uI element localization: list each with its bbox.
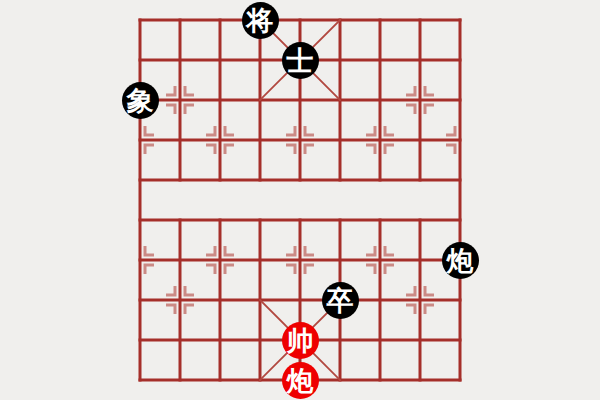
intersection-6-7[interactable] (360, 280, 400, 320)
intersection-6-6[interactable] (360, 240, 400, 280)
intersection-5-8[interactable] (320, 320, 360, 360)
intersection-5-5[interactable] (320, 200, 360, 240)
intersection-6-3[interactable] (360, 120, 400, 160)
intersection-2-0[interactable] (200, 0, 240, 40)
intersection-8-6[interactable]: 炮 (440, 240, 480, 280)
intersection-2-9[interactable] (200, 360, 240, 400)
intersection-8-1[interactable] (440, 40, 480, 80)
intersection-2-3[interactable] (200, 120, 240, 160)
piece-black-general[interactable]: 将 (242, 2, 279, 39)
intersection-1-8[interactable] (160, 320, 200, 360)
intersection-0-9[interactable] (120, 360, 160, 400)
intersection-8-9[interactable] (440, 360, 480, 400)
xiangqi-board: 将士象炮卒帅炮 (120, 0, 480, 400)
intersection-1-3[interactable] (160, 120, 200, 160)
piece-black-soldier[interactable]: 卒 (322, 282, 359, 319)
intersection-1-4[interactable] (160, 160, 200, 200)
intersection-7-0[interactable] (400, 0, 440, 40)
intersection-5-9[interactable] (320, 360, 360, 400)
intersection-6-2[interactable] (360, 80, 400, 120)
intersection-0-6[interactable] (120, 240, 160, 280)
intersection-1-1[interactable] (160, 40, 200, 80)
intersection-2-6[interactable] (200, 240, 240, 280)
intersection-6-5[interactable] (360, 200, 400, 240)
intersection-4-0[interactable] (280, 0, 320, 40)
intersection-8-8[interactable] (440, 320, 480, 360)
intersection-0-4[interactable] (120, 160, 160, 200)
piece-black-cannon[interactable]: 炮 (442, 242, 479, 279)
intersection-5-3[interactable] (320, 120, 360, 160)
intersection-2-7[interactable] (200, 280, 240, 320)
intersection-6-8[interactable] (360, 320, 400, 360)
intersection-5-0[interactable] (320, 0, 360, 40)
intersection-7-5[interactable] (400, 200, 440, 240)
intersection-5-7[interactable]: 卒 (320, 280, 360, 320)
piece-red-general[interactable]: 帅 (282, 322, 319, 359)
intersection-4-5[interactable] (280, 200, 320, 240)
intersection-6-4[interactable] (360, 160, 400, 200)
intersection-7-2[interactable] (400, 80, 440, 120)
intersection-7-9[interactable] (400, 360, 440, 400)
intersection-5-1[interactable] (320, 40, 360, 80)
intersection-6-1[interactable] (360, 40, 400, 80)
intersection-5-6[interactable] (320, 240, 360, 280)
intersection-4-9[interactable]: 炮 (280, 360, 320, 400)
intersection-0-2[interactable]: 象 (120, 80, 160, 120)
piece-black-advisor[interactable]: 士 (282, 42, 319, 79)
xiangqi-screenshot: 将士象炮卒帅炮 (0, 0, 600, 400)
intersection-1-5[interactable] (160, 200, 200, 240)
intersection-4-6[interactable] (280, 240, 320, 280)
intersection-3-9[interactable] (240, 360, 280, 400)
intersection-2-4[interactable] (200, 160, 240, 200)
piece-red-cannon[interactable]: 炮 (282, 362, 319, 399)
intersection-0-8[interactable] (120, 320, 160, 360)
intersection-4-3[interactable] (280, 120, 320, 160)
intersection-2-1[interactable] (200, 40, 240, 80)
intersection-0-0[interactable] (120, 0, 160, 40)
intersection-8-5[interactable] (440, 200, 480, 240)
intersection-4-2[interactable] (280, 80, 320, 120)
intersection-4-8[interactable]: 帅 (280, 320, 320, 360)
intersection-4-4[interactable] (280, 160, 320, 200)
intersection-8-0[interactable] (440, 0, 480, 40)
intersection-4-1[interactable]: 士 (280, 40, 320, 80)
intersection-1-9[interactable] (160, 360, 200, 400)
intersection-5-2[interactable] (320, 80, 360, 120)
intersection-2-8[interactable] (200, 320, 240, 360)
intersection-0-3[interactable] (120, 120, 160, 160)
intersection-8-4[interactable] (440, 160, 480, 200)
piece-black-elephant[interactable]: 象 (122, 82, 159, 119)
intersection-8-3[interactable] (440, 120, 480, 160)
intersection-1-7[interactable] (160, 280, 200, 320)
board-intersections: 将士象炮卒帅炮 (120, 0, 480, 400)
intersection-6-0[interactable] (360, 0, 400, 40)
intersection-8-2[interactable] (440, 80, 480, 120)
intersection-2-2[interactable] (200, 80, 240, 120)
intersection-1-0[interactable] (160, 0, 200, 40)
intersection-7-8[interactable] (400, 320, 440, 360)
intersection-3-3[interactable] (240, 120, 280, 160)
intersection-3-1[interactable] (240, 40, 280, 80)
intersection-1-2[interactable] (160, 80, 200, 120)
intersection-3-4[interactable] (240, 160, 280, 200)
intersection-7-4[interactable] (400, 160, 440, 200)
intersection-7-1[interactable] (400, 40, 440, 80)
intersection-7-3[interactable] (400, 120, 440, 160)
intersection-3-2[interactable] (240, 80, 280, 120)
intersection-0-7[interactable] (120, 280, 160, 320)
intersection-3-5[interactable] (240, 200, 280, 240)
intersection-2-5[interactable] (200, 200, 240, 240)
intersection-7-6[interactable] (400, 240, 440, 280)
intersection-0-1[interactable] (120, 40, 160, 80)
intersection-1-6[interactable] (160, 240, 200, 280)
intersection-4-7[interactable] (280, 280, 320, 320)
intersection-3-6[interactable] (240, 240, 280, 280)
intersection-3-0[interactable]: 将 (240, 0, 280, 40)
intersection-3-8[interactable] (240, 320, 280, 360)
intersection-3-7[interactable] (240, 280, 280, 320)
intersection-5-4[interactable] (320, 160, 360, 200)
intersection-8-7[interactable] (440, 280, 480, 320)
intersection-0-5[interactable] (120, 200, 160, 240)
intersection-6-9[interactable] (360, 360, 400, 400)
intersection-7-7[interactable] (400, 280, 440, 320)
